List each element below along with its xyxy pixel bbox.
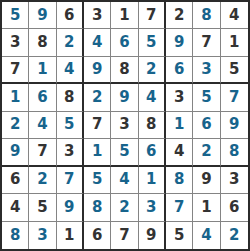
cell-r3c7[interactable]: 6 [166,57,193,84]
cell-r9c3[interactable]: 1 [57,222,84,249]
cell-r1c4[interactable]: 3 [84,2,111,29]
cell-r5c4[interactable]: 7 [84,112,111,139]
cell-r8c3[interactable]: 9 [57,194,84,221]
cell-r8c9[interactable]: 6 [221,194,248,221]
cell-r3c1[interactable]: 7 [2,57,29,84]
cell-r6c4[interactable]: 1 [84,139,111,166]
cell-r4c4[interactable]: 2 [84,84,111,111]
cell-r8c1[interactable]: 4 [2,194,29,221]
cell-r8c4[interactable]: 8 [84,194,111,221]
cell-r6c9[interactable]: 8 [221,139,248,166]
cell-r1c8[interactable]: 8 [193,2,220,29]
cell-r7c6[interactable]: 1 [139,167,166,194]
cell-r3c8[interactable]: 3 [193,57,220,84]
sudoku-board: 5963172843824659717149826351682943572457… [0,0,250,251]
cell-r5c7[interactable]: 1 [166,112,193,139]
cell-r6c2[interactable]: 7 [29,139,56,166]
cell-r7c9[interactable]: 3 [221,167,248,194]
cell-r5c5[interactable]: 3 [111,112,138,139]
cell-r4c1[interactable]: 1 [2,84,29,111]
cell-r9c7[interactable]: 5 [166,222,193,249]
cell-r6c6[interactable]: 6 [139,139,166,166]
cell-r3c9[interactable]: 5 [221,57,248,84]
cell-r5c1[interactable]: 2 [2,112,29,139]
cell-r4c5[interactable]: 9 [111,84,138,111]
cell-r9c8[interactable]: 4 [193,222,220,249]
cell-r9c9[interactable]: 2 [221,222,248,249]
cell-r1c1[interactable]: 5 [2,2,29,29]
cell-r5c9[interactable]: 9 [221,112,248,139]
cell-r7c3[interactable]: 7 [57,167,84,194]
cell-r4c7[interactable]: 3 [166,84,193,111]
cell-r6c5[interactable]: 5 [111,139,138,166]
cell-r9c4[interactable]: 6 [84,222,111,249]
cell-r6c7[interactable]: 4 [166,139,193,166]
cell-r8c7[interactable]: 7 [166,194,193,221]
cell-r1c7[interactable]: 2 [166,2,193,29]
cell-r7c1[interactable]: 6 [2,167,29,194]
cell-r5c2[interactable]: 4 [29,112,56,139]
cell-r2c2[interactable]: 8 [29,29,56,56]
cell-r5c3[interactable]: 5 [57,112,84,139]
cell-r3c6[interactable]: 2 [139,57,166,84]
cell-r2c5[interactable]: 6 [111,29,138,56]
cell-r2c8[interactable]: 7 [193,29,220,56]
cell-r7c2[interactable]: 2 [29,167,56,194]
cell-r9c5[interactable]: 7 [111,222,138,249]
cell-r7c7[interactable]: 8 [166,167,193,194]
cell-r1c5[interactable]: 1 [111,2,138,29]
cell-r3c3[interactable]: 4 [57,57,84,84]
cell-r5c6[interactable]: 8 [139,112,166,139]
cell-r9c1[interactable]: 8 [2,222,29,249]
cell-r4c6[interactable]: 4 [139,84,166,111]
cell-r9c2[interactable]: 3 [29,222,56,249]
cell-r2c3[interactable]: 2 [57,29,84,56]
cell-r6c1[interactable]: 9 [2,139,29,166]
cell-r8c5[interactable]: 2 [111,194,138,221]
cell-r8c8[interactable]: 1 [193,194,220,221]
cell-r9c6[interactable]: 9 [139,222,166,249]
cell-r1c9[interactable]: 4 [221,2,248,29]
cell-r5c8[interactable]: 6 [193,112,220,139]
cell-r2c1[interactable]: 3 [2,29,29,56]
cell-r4c2[interactable]: 6 [29,84,56,111]
cell-r2c6[interactable]: 5 [139,29,166,56]
cell-r2c9[interactable]: 1 [221,29,248,56]
cell-r1c2[interactable]: 9 [29,2,56,29]
cell-r6c3[interactable]: 3 [57,139,84,166]
cell-r1c3[interactable]: 6 [57,2,84,29]
cell-r7c4[interactable]: 5 [84,167,111,194]
cell-r7c5[interactable]: 4 [111,167,138,194]
cell-r2c4[interactable]: 4 [84,29,111,56]
cell-r8c2[interactable]: 5 [29,194,56,221]
cell-r3c4[interactable]: 9 [84,57,111,84]
cell-r7c8[interactable]: 9 [193,167,220,194]
cell-r4c8[interactable]: 5 [193,84,220,111]
cell-r6c8[interactable]: 2 [193,139,220,166]
cell-r3c2[interactable]: 1 [29,57,56,84]
cell-r4c3[interactable]: 8 [57,84,84,111]
cell-r4c9[interactable]: 7 [221,84,248,111]
cell-r3c5[interactable]: 8 [111,57,138,84]
cell-r2c7[interactable]: 9 [166,29,193,56]
cell-r8c6[interactable]: 3 [139,194,166,221]
cell-r1c6[interactable]: 7 [139,2,166,29]
